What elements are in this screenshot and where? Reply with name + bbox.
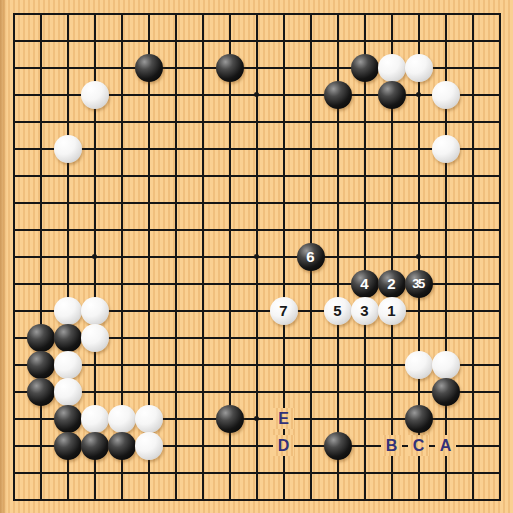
stone-black [216, 405, 244, 433]
star-point [92, 254, 97, 259]
stone-black [405, 405, 433, 433]
move-number: 5 [333, 303, 341, 318]
stone-black [351, 54, 379, 82]
stone-white [81, 324, 109, 352]
stone-white [81, 81, 109, 109]
stone-black [81, 432, 109, 460]
stone-white [54, 297, 82, 325]
stone-white [54, 351, 82, 379]
stone-white [405, 54, 433, 82]
star-point [254, 92, 259, 97]
stone-white-move-1: 1 [378, 297, 406, 325]
stone-black [216, 54, 244, 82]
move-number: 2 [387, 276, 395, 291]
move-number: 6 [306, 249, 314, 264]
stone-black [54, 432, 82, 460]
move-number: 7 [279, 303, 287, 318]
star-point [254, 416, 259, 421]
star-point [416, 92, 421, 97]
star-point [254, 254, 259, 259]
stone-black [108, 432, 136, 460]
stone-black [432, 378, 460, 406]
stone-black [54, 324, 82, 352]
go-board[interactable]: 642357531EDBCA [0, 0, 513, 513]
stone-white [405, 351, 433, 379]
stone-white [54, 135, 82, 163]
stone-white [81, 405, 109, 433]
stone-white [135, 432, 163, 460]
stone-black-move-35: 35 [405, 270, 433, 298]
stone-white [108, 405, 136, 433]
move-number: 3 [360, 303, 368, 318]
stone-black [27, 378, 55, 406]
stone-black [135, 54, 163, 82]
point-label-C[interactable]: C [408, 435, 429, 456]
stone-black [324, 432, 352, 460]
point-label-A[interactable]: A [435, 435, 456, 456]
stone-black [324, 81, 352, 109]
stone-white [81, 297, 109, 325]
stone-black [378, 81, 406, 109]
stone-black [54, 405, 82, 433]
point-label-D[interactable]: D [273, 435, 294, 456]
move-number: 35 [412, 277, 423, 290]
stone-white [432, 81, 460, 109]
stone-black-move-6: 6 [297, 243, 325, 271]
stone-white-move-5: 5 [324, 297, 352, 325]
stone-white [378, 54, 406, 82]
stone-white-move-3: 3 [351, 297, 379, 325]
star-point [416, 254, 421, 259]
go-grid: 642357531EDBCA [0, 0, 513, 513]
stone-white [54, 378, 82, 406]
stone-white-move-7: 7 [270, 297, 298, 325]
move-number: 1 [387, 303, 395, 318]
stone-black-move-4: 4 [351, 270, 379, 298]
stone-white [432, 351, 460, 379]
stone-black [27, 324, 55, 352]
stone-white [135, 405, 163, 433]
point-label-B[interactable]: B [381, 435, 402, 456]
point-label-E[interactable]: E [273, 408, 294, 429]
stone-black-move-2: 2 [378, 270, 406, 298]
stone-white [432, 135, 460, 163]
move-number: 4 [360, 276, 368, 291]
stone-black [27, 351, 55, 379]
